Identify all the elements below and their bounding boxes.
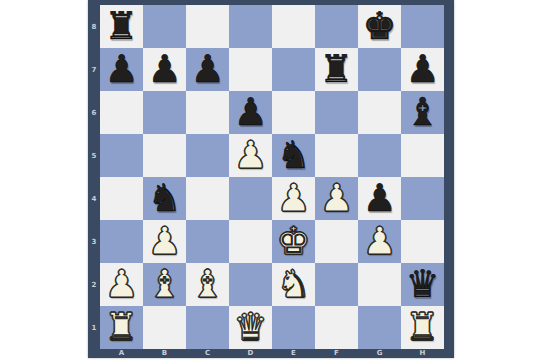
square-a3[interactable] bbox=[100, 220, 143, 263]
square-a7[interactable]: ♟ bbox=[100, 48, 143, 91]
piece-black-rook-a8[interactable]: ♜ bbox=[104, 5, 138, 48]
square-b5[interactable] bbox=[143, 134, 186, 177]
square-h8[interactable] bbox=[401, 5, 444, 48]
square-f5[interactable] bbox=[315, 134, 358, 177]
square-d1[interactable]: ♛ bbox=[229, 306, 272, 349]
square-b4[interactable]: ♞ bbox=[143, 177, 186, 220]
file-label-e: E bbox=[272, 349, 315, 358]
piece-white-rook-a1[interactable]: ♜ bbox=[104, 306, 138, 349]
file-label-b: B bbox=[143, 349, 186, 358]
square-b6[interactable] bbox=[143, 91, 186, 134]
square-b1[interactable] bbox=[143, 306, 186, 349]
square-a1[interactable]: ♜ bbox=[100, 306, 143, 349]
square-d8[interactable] bbox=[229, 5, 272, 48]
square-b8[interactable] bbox=[143, 5, 186, 48]
square-d6[interactable]: ♟ bbox=[229, 91, 272, 134]
square-f8[interactable] bbox=[315, 5, 358, 48]
square-e4[interactable]: ♟ bbox=[272, 177, 315, 220]
square-d7[interactable] bbox=[229, 48, 272, 91]
square-h2[interactable]: ♛ bbox=[401, 263, 444, 306]
rank-label-7: 7 bbox=[88, 48, 100, 91]
square-g3[interactable]: ♟ bbox=[358, 220, 401, 263]
rank-label-4: 4 bbox=[88, 177, 100, 220]
square-h7[interactable]: ♟ bbox=[401, 48, 444, 91]
square-c1[interactable] bbox=[186, 306, 229, 349]
square-e8[interactable] bbox=[272, 5, 315, 48]
piece-black-bishop-h6[interactable]: ♝ bbox=[405, 91, 439, 134]
square-c2[interactable]: ♝ bbox=[186, 263, 229, 306]
piece-black-king-g8[interactable]: ♚ bbox=[362, 5, 396, 48]
square-d2[interactable] bbox=[229, 263, 272, 306]
piece-black-pawn-a7[interactable]: ♟ bbox=[104, 48, 138, 91]
piece-white-rook-h1[interactable]: ♜ bbox=[405, 306, 439, 349]
square-c5[interactable] bbox=[186, 134, 229, 177]
square-e5[interactable]: ♞ bbox=[272, 134, 315, 177]
square-f2[interactable] bbox=[315, 263, 358, 306]
piece-white-king-e3[interactable]: ♚ bbox=[276, 220, 310, 263]
square-h3[interactable] bbox=[401, 220, 444, 263]
square-g1[interactable] bbox=[358, 306, 401, 349]
page-background: ♜♚♟♟♟♜♟♟♝♟♞♞♟♟♟♟♚♟♟♝♝♞♛♜♛♜ 87654321ABCDE… bbox=[0, 0, 540, 360]
piece-black-pawn-g4[interactable]: ♟ bbox=[362, 177, 396, 220]
piece-black-knight-b4[interactable]: ♞ bbox=[147, 177, 181, 220]
file-label-g: G bbox=[358, 349, 401, 358]
square-d3[interactable] bbox=[229, 220, 272, 263]
piece-black-queen-h2[interactable]: ♛ bbox=[405, 263, 439, 306]
square-b3[interactable]: ♟ bbox=[143, 220, 186, 263]
file-label-a: A bbox=[100, 349, 143, 358]
piece-white-knight-e2[interactable]: ♞ bbox=[276, 263, 310, 306]
square-g2[interactable] bbox=[358, 263, 401, 306]
chess-board: ♜♚♟♟♟♜♟♟♝♟♞♞♟♟♟♟♚♟♟♝♝♞♛♜♛♜ 87654321ABCDE… bbox=[88, 0, 454, 358]
rank-label-2: 2 bbox=[88, 263, 100, 306]
square-g4[interactable]: ♟ bbox=[358, 177, 401, 220]
file-label-c: C bbox=[186, 349, 229, 358]
file-label-d: D bbox=[229, 349, 272, 358]
piece-white-pawn-b3[interactable]: ♟ bbox=[147, 220, 181, 263]
square-c6[interactable] bbox=[186, 91, 229, 134]
rank-label-5: 5 bbox=[88, 134, 100, 177]
rank-label-1: 1 bbox=[88, 306, 100, 349]
square-f1[interactable] bbox=[315, 306, 358, 349]
square-f6[interactable] bbox=[315, 91, 358, 134]
square-g5[interactable] bbox=[358, 134, 401, 177]
rank-label-3: 3 bbox=[88, 220, 100, 263]
square-f3[interactable] bbox=[315, 220, 358, 263]
piece-black-pawn-b7[interactable]: ♟ bbox=[147, 48, 181, 91]
square-g7[interactable] bbox=[358, 48, 401, 91]
rank-label-6: 6 bbox=[88, 91, 100, 134]
piece-black-pawn-c7[interactable]: ♟ bbox=[190, 48, 224, 91]
square-g6[interactable] bbox=[358, 91, 401, 134]
square-a2[interactable]: ♟ bbox=[100, 263, 143, 306]
file-label-f: F bbox=[315, 349, 358, 358]
piece-white-pawn-e4[interactable]: ♟ bbox=[276, 177, 310, 220]
piece-white-queen-d1[interactable]: ♛ bbox=[233, 306, 267, 349]
square-e2[interactable]: ♞ bbox=[272, 263, 315, 306]
square-a4[interactable] bbox=[100, 177, 143, 220]
square-g8[interactable]: ♚ bbox=[358, 5, 401, 48]
square-h6[interactable]: ♝ bbox=[401, 91, 444, 134]
piece-white-pawn-g3[interactable]: ♟ bbox=[362, 220, 396, 263]
file-label-h: H bbox=[401, 349, 444, 358]
square-e1[interactable] bbox=[272, 306, 315, 349]
piece-white-bishop-c2[interactable]: ♝ bbox=[190, 263, 224, 306]
square-f7[interactable]: ♜ bbox=[315, 48, 358, 91]
piece-black-pawn-h7[interactable]: ♟ bbox=[405, 48, 439, 91]
piece-white-pawn-a2[interactable]: ♟ bbox=[104, 263, 138, 306]
square-h1[interactable]: ♜ bbox=[401, 306, 444, 349]
square-b2[interactable]: ♝ bbox=[143, 263, 186, 306]
square-h5[interactable] bbox=[401, 134, 444, 177]
piece-white-pawn-d5[interactable]: ♟ bbox=[233, 134, 267, 177]
square-e3[interactable]: ♚ bbox=[272, 220, 315, 263]
piece-black-rook-f7[interactable]: ♜ bbox=[319, 48, 353, 91]
square-e6[interactable] bbox=[272, 91, 315, 134]
piece-white-pawn-f4[interactable]: ♟ bbox=[319, 177, 353, 220]
square-b7[interactable]: ♟ bbox=[143, 48, 186, 91]
square-e7[interactable] bbox=[272, 48, 315, 91]
board-grid: ♜♚♟♟♟♜♟♟♝♟♞♞♟♟♟♟♚♟♟♝♝♞♛♜♛♜ bbox=[100, 5, 444, 349]
square-c8[interactable] bbox=[186, 5, 229, 48]
square-h4[interactable] bbox=[401, 177, 444, 220]
square-a6[interactable] bbox=[100, 91, 143, 134]
square-c7[interactable]: ♟ bbox=[186, 48, 229, 91]
square-d4[interactable] bbox=[229, 177, 272, 220]
square-d5[interactable]: ♟ bbox=[229, 134, 272, 177]
square-f4[interactable]: ♟ bbox=[315, 177, 358, 220]
piece-black-pawn-d6[interactable]: ♟ bbox=[233, 91, 267, 134]
square-a8[interactable]: ♜ bbox=[100, 5, 143, 48]
piece-black-knight-e5[interactable]: ♞ bbox=[276, 134, 310, 177]
square-c3[interactable] bbox=[186, 220, 229, 263]
rank-label-8: 8 bbox=[88, 5, 100, 48]
piece-white-bishop-b2[interactable]: ♝ bbox=[147, 263, 181, 306]
square-c4[interactable] bbox=[186, 177, 229, 220]
square-a5[interactable] bbox=[100, 134, 143, 177]
